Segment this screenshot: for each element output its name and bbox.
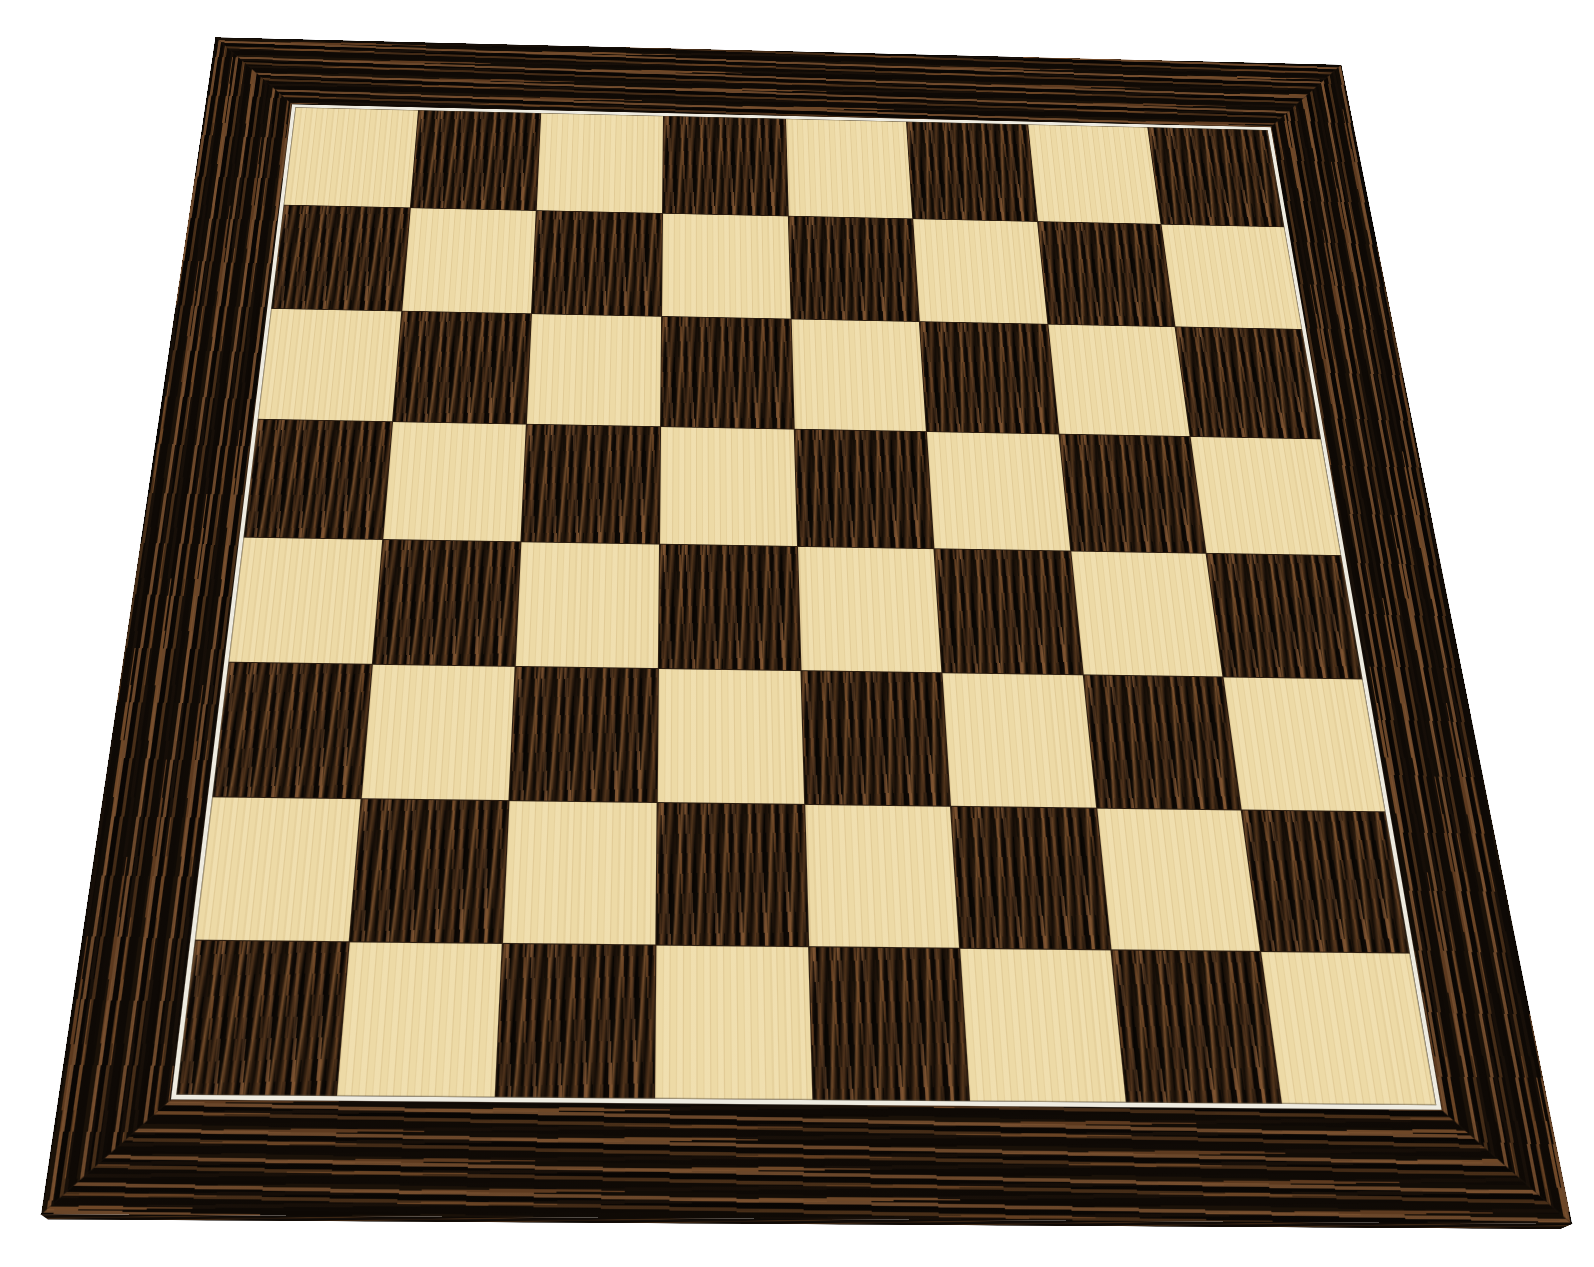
square-g7[interactable] (1038, 222, 1175, 327)
square-g8[interactable] (1028, 124, 1161, 223)
square-g1[interactable] (1111, 951, 1281, 1104)
square-h7[interactable] (1162, 224, 1302, 329)
square-a4[interactable] (228, 537, 381, 664)
square-d1[interactable] (655, 946, 812, 1100)
square-d5[interactable] (660, 427, 797, 546)
square-d2[interactable] (656, 803, 807, 947)
square-d6[interactable] (661, 317, 793, 429)
square-f2[interactable] (951, 807, 1110, 950)
square-c2[interactable] (503, 801, 656, 945)
square-c8[interactable] (537, 113, 663, 213)
square-e3[interactable] (801, 671, 950, 805)
square-f1[interactable] (960, 949, 1125, 1102)
square-f6[interactable] (920, 322, 1058, 433)
chessboard (41, 37, 1571, 1223)
square-e6[interactable] (791, 320, 926, 432)
square-a3[interactable] (212, 663, 371, 798)
square-a5[interactable] (244, 419, 392, 538)
square-h5[interactable] (1191, 437, 1341, 555)
square-f8[interactable] (907, 122, 1037, 221)
square-b1[interactable] (337, 943, 502, 1098)
square-h2[interactable] (1242, 810, 1410, 953)
square-f7[interactable] (913, 219, 1047, 324)
square-b8[interactable] (411, 110, 541, 210)
square-h1[interactable] (1262, 952, 1437, 1105)
square-e4[interactable] (798, 546, 942, 672)
square-c7[interactable] (532, 211, 662, 316)
square-e2[interactable] (805, 805, 960, 948)
perspective-scene (0, 0, 1594, 1267)
square-g3[interactable] (1084, 675, 1241, 809)
square-a1[interactable] (176, 941, 348, 1096)
square-h8[interactable] (1148, 127, 1284, 226)
square-f3[interactable] (943, 673, 1096, 807)
square-d7[interactable] (662, 213, 790, 318)
photo-background (0, 0, 1594, 1267)
square-g5[interactable] (1059, 434, 1206, 552)
square-e5[interactable] (794, 429, 933, 547)
square-f4[interactable] (935, 549, 1083, 675)
square-a2[interactable] (195, 797, 360, 942)
square-d8[interactable] (663, 116, 788, 216)
square-c5[interactable] (522, 424, 660, 543)
square-a6[interactable] (258, 309, 401, 421)
square-d3[interactable] (658, 669, 804, 804)
square-e8[interactable] (786, 119, 913, 218)
board-frame-bottom (41, 1094, 1571, 1224)
square-c6[interactable] (527, 314, 661, 426)
squares-grid (176, 107, 1436, 1105)
square-b5[interactable] (383, 422, 526, 541)
square-c3[interactable] (510, 667, 658, 802)
square-b2[interactable] (349, 799, 508, 943)
square-g2[interactable] (1097, 808, 1260, 951)
square-f5[interactable] (927, 432, 1070, 550)
square-h6[interactable] (1176, 327, 1321, 438)
square-b4[interactable] (373, 539, 521, 666)
square-c4[interactable] (516, 542, 659, 668)
square-d4[interactable] (659, 544, 800, 670)
square-b7[interactable] (402, 208, 536, 314)
square-h4[interactable] (1207, 553, 1363, 678)
square-b6[interactable] (393, 312, 531, 424)
square-b3[interactable] (361, 665, 515, 800)
square-h3[interactable] (1224, 678, 1385, 812)
square-g6[interactable] (1048, 325, 1190, 436)
square-c1[interactable] (496, 944, 655, 1098)
square-a8[interactable] (284, 107, 418, 207)
square-e1[interactable] (809, 948, 969, 1102)
square-a7[interactable] (271, 205, 409, 311)
square-e7[interactable] (788, 216, 919, 321)
square-g4[interactable] (1071, 551, 1223, 677)
